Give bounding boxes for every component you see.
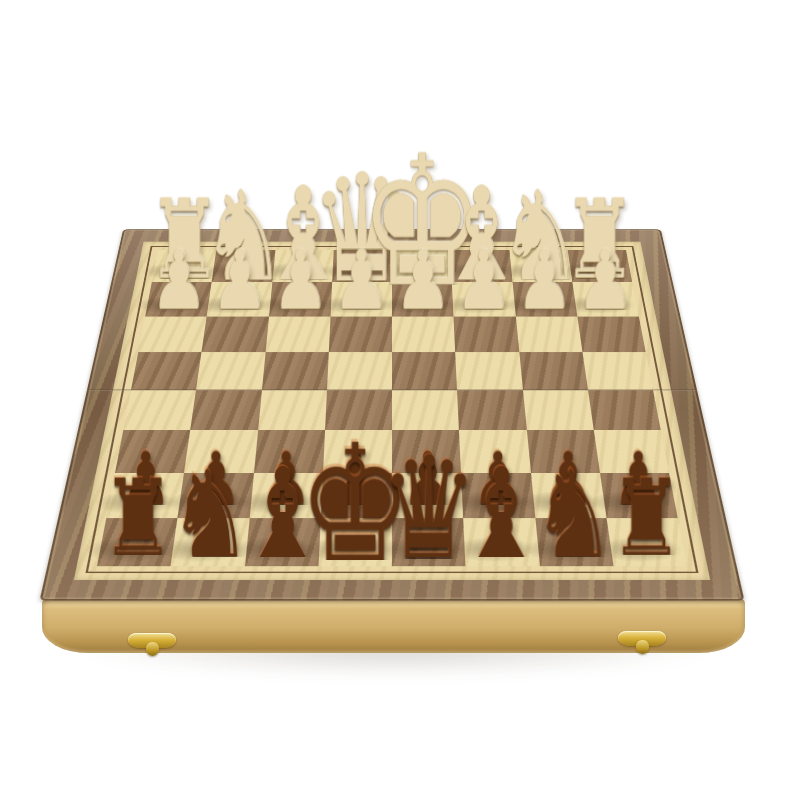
square-e3[interactable] [329, 316, 392, 352]
square-d2[interactable] [392, 282, 454, 316]
square-h2[interactable] [145, 282, 212, 316]
square-h4[interactable] [131, 352, 202, 390]
square-d3[interactable] [392, 316, 455, 352]
square-b2[interactable] [512, 282, 577, 316]
square-c3[interactable] [454, 316, 519, 352]
square-d4[interactable] [392, 352, 457, 390]
square-f4[interactable] [262, 352, 329, 390]
piece-brown-knight[interactable]: ♞ [532, 454, 616, 574]
square-f1[interactable] [272, 250, 334, 282]
square-f2[interactable] [269, 282, 332, 316]
square-g1[interactable] [212, 250, 275, 282]
square-c4[interactable] [455, 352, 522, 390]
square-e4[interactable] [327, 352, 392, 390]
board-scene: ♜♞♝♛♚♝♞♜♟♟♟♟♟♟♟♟♟♟♟♟♟♟♟♟♜♞♝♚♛♝♞♜ [0, 0, 785, 785]
chess-set-photo: ♜♞♝♛♚♝♞♜♟♟♟♟♟♟♟♟♟♟♟♟♟♟♟♟♜♞♝♚♛♝♞♜ [0, 0, 785, 785]
square-b4[interactable] [519, 352, 588, 390]
square-c2[interactable] [452, 282, 515, 316]
square-g4[interactable] [196, 352, 265, 390]
square-h3[interactable] [138, 316, 207, 352]
square-e1[interactable] [332, 250, 392, 282]
square-d1[interactable] [392, 250, 452, 282]
square-a2[interactable] [572, 282, 639, 316]
square-a4[interactable] [582, 352, 653, 390]
square-g3[interactable] [202, 316, 269, 352]
square-a3[interactable] [577, 316, 646, 352]
chess-board[interactable]: ♜♞♝♛♚♝♞♜♟♟♟♟♟♟♟♟♟♟♟♟♟♟♟♟♜♞♝♚♛♝♞♜ [40, 229, 745, 600]
square-h1[interactable] [152, 250, 217, 282]
square-f3[interactable] [265, 316, 330, 352]
square-c1[interactable] [451, 250, 513, 282]
square-g2[interactable] [207, 282, 272, 316]
square-e2[interactable] [330, 282, 392, 316]
square-b1[interactable] [509, 250, 572, 282]
square-a1[interactable] [568, 250, 633, 282]
square-b3[interactable] [515, 316, 582, 352]
